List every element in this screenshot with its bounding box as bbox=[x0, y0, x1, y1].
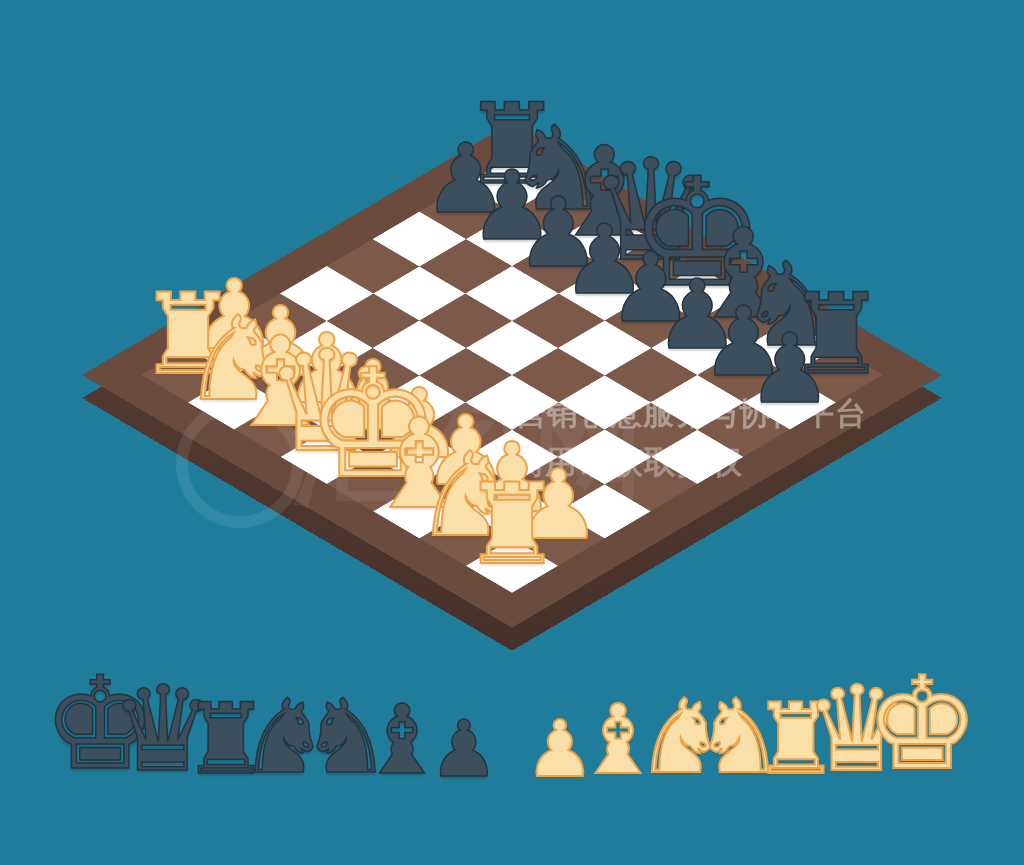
piece-set-rows: ♚♛♜♞♞♝♟♟♝♞♞♜♛♚ bbox=[0, 0, 1024, 865]
illustration-canvas: 汇图网 营销创意服务与协作平台 商用请获取授权 ♜♞♝♛♚♝♞♜♟♟♟♟♟♟♟♟… bbox=[0, 0, 1024, 865]
set-black-pawn: ♟ bbox=[429, 710, 499, 788]
set-white-king: ♚ bbox=[865, 660, 980, 788]
